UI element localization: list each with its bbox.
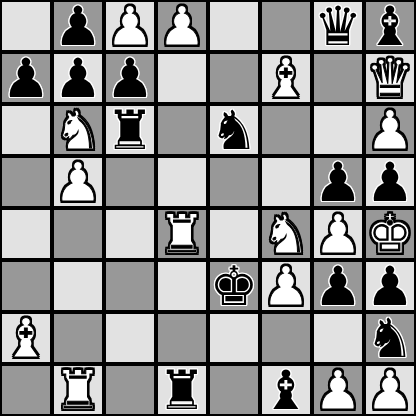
piece-white-bishop-a2: ♝	[2, 314, 50, 362]
piece-white-pawn-f3: ♟	[262, 262, 310, 310]
square-a4[interactable]	[2, 210, 50, 258]
square-c6[interactable]: ♜	[106, 106, 154, 154]
piece-black-pawn-b8: ♟	[54, 2, 102, 50]
square-b1[interactable]: ♜	[54, 366, 102, 414]
square-b8[interactable]: ♟	[54, 2, 102, 50]
square-a6[interactable]	[2, 106, 50, 154]
square-a2[interactable]: ♝	[2, 314, 50, 362]
square-a3[interactable]	[2, 262, 50, 310]
square-f3[interactable]: ♟	[262, 262, 310, 310]
square-g2[interactable]	[314, 314, 362, 362]
square-g8[interactable]: ♛	[314, 2, 362, 50]
piece-black-pawn-h5: ♟	[366, 158, 414, 206]
square-d1[interactable]: ♜	[158, 366, 206, 414]
square-d2[interactable]	[158, 314, 206, 362]
piece-black-knight-h2: ♞	[366, 314, 414, 362]
square-f2[interactable]	[262, 314, 310, 362]
piece-black-pawn-a7: ♟	[2, 54, 50, 102]
square-f8[interactable]	[262, 2, 310, 50]
square-e8[interactable]	[210, 2, 258, 50]
square-g5[interactable]: ♟	[314, 158, 362, 206]
square-d3[interactable]	[158, 262, 206, 310]
square-e3[interactable]: ♚	[210, 262, 258, 310]
square-c4[interactable]	[106, 210, 154, 258]
piece-white-pawn-h1: ♟	[366, 366, 414, 414]
piece-black-bishop-f1: ♝	[262, 366, 310, 414]
square-h7[interactable]: ♛	[366, 54, 414, 102]
square-d5[interactable]	[158, 158, 206, 206]
piece-black-pawn-g3: ♟	[314, 262, 362, 310]
piece-black-rook-c6: ♜	[106, 106, 154, 154]
piece-white-pawn-g4: ♟	[314, 210, 362, 258]
square-e4[interactable]	[210, 210, 258, 258]
square-b4[interactable]	[54, 210, 102, 258]
square-b3[interactable]	[54, 262, 102, 310]
square-c5[interactable]	[106, 158, 154, 206]
square-h2[interactable]: ♞	[366, 314, 414, 362]
square-g6[interactable]	[314, 106, 362, 154]
square-h8[interactable]: ♝	[366, 2, 414, 50]
square-f1[interactable]: ♝	[262, 366, 310, 414]
square-d8[interactable]: ♟	[158, 2, 206, 50]
square-e5[interactable]	[210, 158, 258, 206]
piece-white-pawn-h6: ♟	[366, 106, 414, 154]
square-b7[interactable]: ♟	[54, 54, 102, 102]
piece-black-knight-e6: ♞	[210, 106, 258, 154]
square-f6[interactable]	[262, 106, 310, 154]
square-h6[interactable]: ♟	[366, 106, 414, 154]
piece-white-rook-d4: ♜	[158, 210, 206, 258]
square-a7[interactable]: ♟	[2, 54, 50, 102]
piece-white-king-h4: ♚	[366, 210, 414, 258]
piece-white-knight-b6: ♞	[54, 106, 102, 154]
square-b5[interactable]: ♟	[54, 158, 102, 206]
square-d6[interactable]	[158, 106, 206, 154]
square-a5[interactable]	[2, 158, 50, 206]
piece-black-queen-g8: ♛	[314, 2, 362, 50]
square-a8[interactable]	[2, 2, 50, 50]
square-a1[interactable]	[2, 366, 50, 414]
square-h5[interactable]: ♟	[366, 158, 414, 206]
square-h3[interactable]: ♟	[366, 262, 414, 310]
square-h4[interactable]: ♚	[366, 210, 414, 258]
piece-white-pawn-b5: ♟	[54, 158, 102, 206]
piece-white-pawn-d8: ♟	[158, 2, 206, 50]
square-c3[interactable]	[106, 262, 154, 310]
square-f7[interactable]: ♝	[262, 54, 310, 102]
piece-white-rook-b1: ♜	[54, 366, 102, 414]
square-d4[interactable]: ♜	[158, 210, 206, 258]
piece-white-pawn-c8: ♟	[106, 2, 154, 50]
square-b6[interactable]: ♞	[54, 106, 102, 154]
piece-black-rook-d1: ♜	[158, 366, 206, 414]
piece-black-bishop-h8: ♝	[366, 2, 414, 50]
square-f5[interactable]	[262, 158, 310, 206]
piece-black-pawn-h3: ♟	[366, 262, 414, 310]
piece-black-pawn-b7: ♟	[54, 54, 102, 102]
square-d7[interactable]	[158, 54, 206, 102]
chess-board: ♟♟♟♛♝♟♟♟♝♛♞♜♞♟♟♟♟♜♞♟♚♚♟♟♟♝♞♜♜♝♟♟	[0, 0, 416, 416]
square-f4[interactable]: ♞	[262, 210, 310, 258]
piece-white-bishop-f7: ♝	[262, 54, 310, 102]
piece-black-king-e3: ♚	[210, 262, 258, 310]
square-e1[interactable]	[210, 366, 258, 414]
square-g4[interactable]: ♟	[314, 210, 362, 258]
square-c7[interactable]: ♟	[106, 54, 154, 102]
square-c1[interactable]	[106, 366, 154, 414]
piece-white-knight-f4: ♞	[262, 210, 310, 258]
square-g7[interactable]	[314, 54, 362, 102]
square-c2[interactable]	[106, 314, 154, 362]
square-c8[interactable]: ♟	[106, 2, 154, 50]
square-g1[interactable]: ♟	[314, 366, 362, 414]
piece-black-pawn-g5: ♟	[314, 158, 362, 206]
piece-white-queen-h7: ♛	[366, 54, 414, 102]
piece-white-pawn-g1: ♟	[314, 366, 362, 414]
square-g3[interactable]: ♟	[314, 262, 362, 310]
square-e6[interactable]: ♞	[210, 106, 258, 154]
square-b2[interactable]	[54, 314, 102, 362]
square-h1[interactable]: ♟	[366, 366, 414, 414]
square-e2[interactable]	[210, 314, 258, 362]
square-e7[interactable]	[210, 54, 258, 102]
piece-black-pawn-c7: ♟	[106, 54, 154, 102]
